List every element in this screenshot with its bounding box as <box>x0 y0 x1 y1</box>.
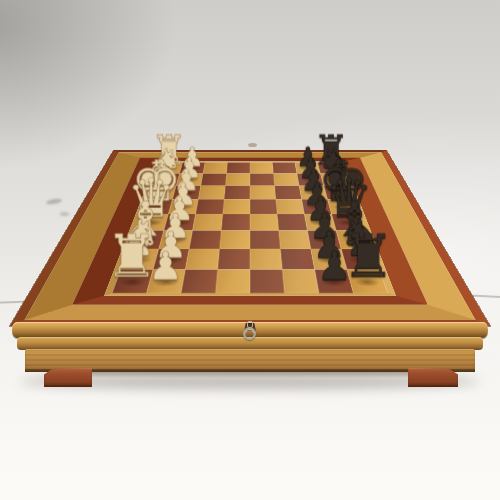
square-c5 <box>250 230 280 248</box>
square-e3 <box>196 199 225 214</box>
square-f3 <box>198 186 225 199</box>
square-d4 <box>221 214 250 230</box>
square-g3 <box>201 174 227 186</box>
backdrop-scuff-mark <box>46 198 63 206</box>
square-e4 <box>223 199 250 214</box>
square-h6 <box>272 162 297 173</box>
square-b6 <box>280 249 314 270</box>
square-e5 <box>250 199 277 214</box>
board-red-border-band: ♜♟♟♜♞♟♟♞♝♟♟♝♚♟♟♚♛♟♟♛♝♟♟♝♞♟♟♞♜♟♟♜ <box>72 158 428 305</box>
square-g4 <box>225 174 250 186</box>
square-c6 <box>279 230 311 248</box>
backdrop-scuff-mark <box>60 212 69 216</box>
square-h3 <box>203 162 228 173</box>
square-d3 <box>193 214 223 230</box>
square-d6 <box>277 214 307 230</box>
square-f5 <box>250 186 276 199</box>
square-h4 <box>227 162 250 173</box>
square-d5 <box>250 214 279 230</box>
box-foot-left <box>44 368 92 387</box>
square-b4 <box>218 249 250 270</box>
square-a4 <box>216 270 250 294</box>
square-c3 <box>189 230 221 248</box>
box-base-recess-shadow <box>86 370 414 378</box>
square-a5 <box>250 270 284 294</box>
drawer-ring-pull <box>243 327 256 340</box>
square-f6 <box>275 186 302 199</box>
square-g6 <box>273 174 299 186</box>
square-e6 <box>276 199 305 214</box>
board-outer-bevel: ♜♟♟♜♞♟♟♞♝♟♟♝♚♟♟♚♛♟♟♛♝♟♟♝♞♟♟♞♜♟♟♜ <box>10 150 490 326</box>
square-h5 <box>250 162 273 173</box>
square-a6 <box>282 270 319 294</box>
square-c4 <box>220 230 250 248</box>
board-perspective: ♜♟♟♜♞♟♟♞♝♟♟♝♚♟♟♚♛♟♟♛♝♟♟♝♞♟♟♞♜♟♟♜ <box>76 73 424 356</box>
box-foot-right <box>408 368 458 387</box>
square-b3 <box>185 249 219 270</box>
piece-white-pawn-a2: ♟ <box>148 247 183 286</box>
square-b5 <box>250 249 282 270</box>
square-a3 <box>181 270 218 294</box>
square-g5 <box>250 174 275 186</box>
storage-box-front <box>25 349 475 371</box>
square-f4 <box>224 186 250 199</box>
chess-set: ♜♟♟♜♞♟♟♞♝♟♟♝♚♟♟♚♛♟♟♛♝♟♟♝♞♟♟♞♜♟♟♜ <box>76 73 424 356</box>
photo-backdrop: ♜♟♟♜♞♟♟♞♝♟♟♝♚♟♟♚♛♟♟♛♝♟♟♝♞♟♟♞♜♟♟♜ <box>0 0 500 500</box>
square-a8: ♜ <box>347 270 388 294</box>
board-gold-frame: ♜♟♟♜♞♟♟♞♝♟♟♝♚♟♟♚♛♟♟♛♝♟♟♝♞♟♟♞♜♟♟♜ <box>24 152 475 320</box>
piece-black-rook-a8: ♜ <box>342 227 395 286</box>
board-gold-pinline: ♜♟♟♜♞♟♟♞♝♟♟♝♚♟♟♚♛♟♟♛♝♟♟♝♞♟♟♞♜♟♟♜ <box>104 161 396 295</box>
square-a2: ♟ <box>147 270 186 294</box>
chess-board-grid: ♜♟♟♜♞♟♟♞♝♟♟♝♚♟♟♚♛♟♟♛♝♟♟♝♞♟♟♞♜♟♟♜ <box>112 162 388 293</box>
